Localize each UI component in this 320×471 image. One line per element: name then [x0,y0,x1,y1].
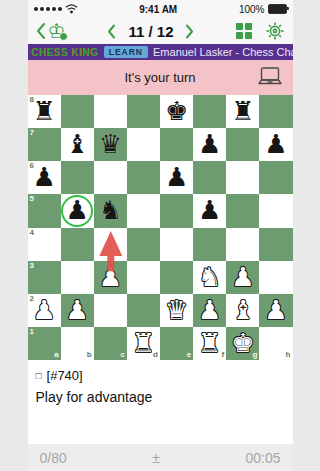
rank-label-3: 3 [30,262,34,270]
square-b3[interactable] [61,261,94,294]
black-pawn[interactable]: ♟ [165,161,188,194]
square-h3[interactable] [259,261,292,294]
status-bar: 9:41 AM 100% [28,0,293,18]
square-d2[interactable] [127,294,160,327]
square-a7[interactable]: 7 [28,128,61,161]
square-f3[interactable]: ♞ [193,261,226,294]
square-d6[interactable] [127,161,160,194]
square-e3[interactable] [160,261,193,294]
square-e6[interactable]: ♟ [160,161,193,194]
back-chevron-icon [36,22,46,40]
square-c7[interactable]: ♛ [94,128,127,161]
battery-percent: 100% [239,4,265,15]
white-bishop[interactable]: ♝ [231,294,254,327]
white-rook[interactable]: ♜ [132,327,155,360]
white-pawn[interactable]: ♟ [231,261,254,294]
puzzle-id: [#740] [47,368,83,383]
file-label-b: b [87,351,92,359]
square-h6[interactable] [259,161,292,194]
square-d4[interactable] [127,228,160,261]
white-rook[interactable]: ♜ [198,327,221,360]
black-pawn[interactable]: ♟ [32,161,55,194]
square-e8[interactable]: ♚ [160,95,193,128]
white-pawn[interactable]: ♟ [264,294,287,327]
clock: 9:41 AM [139,4,177,15]
square-h7[interactable]: ♟ [259,128,292,161]
lesson-grid-button[interactable] [236,23,252,39]
wifi-icon [65,4,78,14]
square-c6[interactable] [94,161,127,194]
black-bishop[interactable]: ♝ [66,128,89,161]
puzzle-goal-text: Play for advantage [36,389,285,405]
square-d5[interactable] [127,194,160,227]
square-f5[interactable]: ♟ [193,194,226,227]
square-c8[interactable] [94,95,127,128]
course-banner: CHESS KING LEARN Emanuel Lasker - Chess … [28,44,293,60]
square-c4[interactable] [94,228,127,261]
square-e2[interactable]: ♛ [160,294,193,327]
black-pawn[interactable]: ♟ [264,128,287,161]
square-g5[interactable] [226,194,259,227]
board-area: 8♜♚♜7♝♛♟♟6♟♟5♟♞♟43♟♞♟2♟♟♛♟♝♟1abcd♜ef♜g♚h [28,95,293,360]
lesson-pager: 11 / 12 [107,23,194,40]
square-f2[interactable]: ♟ [193,294,226,327]
battery-icon [268,4,287,14]
square-b2[interactable]: ♟ [61,294,94,327]
white-queen[interactable]: ♛ [165,294,188,327]
black-pawn[interactable]: ♟ [66,194,89,227]
square-f6[interactable] [193,161,226,194]
turn-status-bar: It's your turn [28,60,293,95]
file-label-e: e [187,351,191,359]
square-a2[interactable]: 2♟ [28,294,61,327]
black-pawn[interactable]: ♟ [198,128,221,161]
square-d7[interactable] [127,128,160,161]
back-button[interactable]: ♔ [36,21,66,41]
learn-badge: LEARN [104,46,148,58]
square-a5[interactable]: 5 [28,194,61,227]
white-pawn[interactable]: ♟ [198,294,221,327]
lesson-counter: 11 / 12 [128,23,173,40]
square-b6[interactable] [61,161,94,194]
square-e5[interactable] [160,194,193,227]
prev-lesson-button[interactable] [107,24,116,39]
square-h2[interactable]: ♟ [259,294,292,327]
file-label-c: c [120,351,124,359]
square-b1[interactable]: b [61,327,94,360]
file-label-h: h [286,351,291,359]
settings-gear-button[interactable] [266,22,284,40]
square-d3[interactable] [127,261,160,294]
square-h8[interactable] [259,95,292,128]
rank-label-5: 5 [30,195,34,203]
square-h1[interactable]: h [259,327,292,360]
square-g6[interactable] [226,161,259,194]
black-rook[interactable]: ♜ [32,95,55,128]
white-king[interactable]: ♚ [231,327,254,360]
square-b5[interactable]: ♟ [61,194,94,227]
square-g3[interactable]: ♟ [226,261,259,294]
file-label-f: f [222,351,225,359]
black-king[interactable]: ♚ [165,95,188,128]
square-a8[interactable]: 8♜ [28,95,61,128]
rank-label-4: 4 [30,229,34,237]
black-queen[interactable]: ♛ [99,128,122,161]
square-g7[interactable] [226,128,259,161]
chess-king-logo-icon[interactable]: ♔ [48,21,66,41]
square-b7[interactable]: ♝ [61,128,94,161]
square-c1[interactable]: c [94,327,127,360]
elapsed-time: 00:05 [245,450,280,466]
black-knight[interactable]: ♞ [99,194,122,227]
square-d1[interactable]: d♜ [127,327,160,360]
eval-symbol: ± [152,450,160,466]
white-pawn[interactable]: ♟ [66,294,89,327]
square-f8[interactable] [193,95,226,128]
rank-label-7: 7 [30,129,34,137]
square-f7[interactable]: ♟ [193,128,226,161]
nav-bar: ♔ 11 / 12 [28,18,293,44]
square-g4[interactable] [226,228,259,261]
white-pawn[interactable]: ♟ [32,294,55,327]
square-h4[interactable] [259,228,292,261]
white-pawn[interactable]: ♟ [99,261,122,294]
chess-king-brand: CHESS KING [32,47,99,58]
square-g1[interactable]: g♚ [226,327,259,360]
score-counter: 0/80 [40,450,67,466]
square-e4[interactable] [160,228,193,261]
square-f1[interactable]: f♜ [193,327,226,360]
rank-label-1: 1 [30,328,34,336]
footer-bar: 0/80 ± 00:05 [28,444,293,471]
square-h5[interactable] [259,194,292,227]
square-b8[interactable] [61,95,94,128]
square-c3[interactable]: ♟ [94,261,127,294]
square-a4[interactable]: 4 [28,228,61,261]
file-label-a: a [54,351,58,359]
square-b4[interactable] [61,228,94,261]
next-lesson-button[interactable] [185,24,194,39]
square-c2[interactable] [94,294,127,327]
square-a1[interactable]: 1a [28,327,61,360]
square-e1[interactable]: e [160,327,193,360]
white-knight[interactable]: ♞ [198,261,221,294]
puzzle-caption: □ [#740] Play for advantage [28,360,293,436]
black-rook[interactable]: ♜ [231,95,254,128]
chess-board: 8♜♚♜7♝♛♟♟6♟♟5♟♞♟43♟♞♟2♟♟♛♟♝♟1abcd♜ef♜g♚h [28,95,293,360]
square-g2[interactable]: ♝ [226,294,259,327]
black-pawn[interactable]: ♟ [198,194,221,227]
square-f4[interactable] [193,228,226,261]
course-title: Emanuel Lasker - Chess Champion [153,46,292,58]
computer-analysis-button[interactable] [257,67,283,87]
square-c5[interactable]: ♞ [94,194,127,227]
square-a6[interactable]: 6♟ [28,161,61,194]
square-d8[interactable] [127,95,160,128]
square-a3[interactable]: 3 [28,261,61,294]
app-window: 9:41 AM 100% ♔ 11 / 12 [28,0,293,471]
signal-icon [34,7,62,11]
puzzle-checkbox[interactable]: □ [36,369,42,382]
square-g8[interactable]: ♜ [226,95,259,128]
square-e7[interactable] [160,128,193,161]
turn-status-text: It's your turn [124,70,195,85]
